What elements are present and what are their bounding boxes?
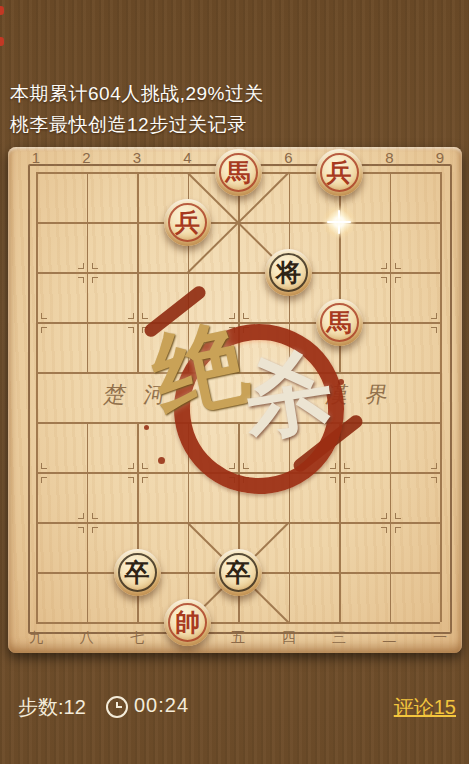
grid-line	[137, 172, 139, 372]
screen-edge-speck	[0, 6, 4, 15]
comments-link[interactable]: 评论15	[394, 694, 456, 721]
piece-black-soldier[interactable]: 卒	[215, 549, 262, 596]
clock-icon	[106, 696, 128, 718]
piece-red-general[interactable]: 帥	[164, 599, 211, 646]
file-label-bottom: 一	[425, 629, 455, 647]
point-marker	[128, 313, 148, 333]
point-marker	[330, 463, 350, 483]
file-label-top: 1	[21, 149, 51, 166]
piece-red-horse[interactable]: 馬	[215, 149, 262, 196]
river-text-right: 漢界	[323, 380, 408, 410]
file-label-top: 4	[173, 149, 203, 166]
point-marker	[431, 313, 451, 333]
piece-black-soldier[interactable]: 卒	[114, 549, 161, 596]
grid-line	[339, 422, 341, 622]
file-label-top: 3	[122, 149, 152, 166]
point-marker	[78, 513, 98, 533]
point-marker	[78, 263, 98, 283]
file-label-bottom: 八	[72, 629, 102, 647]
challenge-stats-text: 本期累计604人挑战,29%过关	[10, 78, 264, 109]
piece-red-soldier[interactable]: 兵	[316, 149, 363, 196]
piece-red-horse[interactable]: 馬	[316, 299, 363, 346]
screen-edge-speck	[0, 37, 4, 46]
file-label-top: 9	[425, 149, 455, 166]
point-marker	[229, 313, 249, 333]
move-count: 步数:12	[18, 694, 86, 721]
xiangqi-board[interactable]: 楚河 漢界 绝 杀 123456789 九八七六五四三二一 馬兵兵将馬卒卒帥	[8, 147, 462, 653]
status-bar: 步数:12 00:24 评论15	[0, 688, 469, 728]
grid-line	[36, 172, 38, 622]
last-move-origin-marker	[322, 205, 356, 239]
file-label-bottom: 三	[324, 629, 354, 647]
puzzle-stats: 本期累计604人挑战,29%过关 桃李最快创造12步过关记录	[10, 78, 264, 140]
point-marker	[381, 513, 401, 533]
river-text-left: 楚河	[101, 380, 186, 410]
point-marker	[229, 463, 249, 483]
piece-black-general[interactable]: 将	[265, 249, 312, 296]
file-label-bottom: 七	[122, 629, 152, 647]
point-marker	[431, 463, 451, 483]
file-label-top: 2	[72, 149, 102, 166]
grid-line	[36, 622, 440, 624]
file-label-bottom: 九	[21, 629, 51, 647]
point-marker	[27, 313, 47, 333]
file-label-top: 8	[375, 149, 405, 166]
grid-line	[36, 372, 440, 374]
point-marker	[27, 463, 47, 483]
file-label-top: 6	[274, 149, 304, 166]
timer-value: 00:24	[134, 694, 189, 717]
record-text: 桃李最快创造12步过关记录	[10, 109, 264, 140]
piece-red-soldier[interactable]: 兵	[164, 199, 211, 246]
file-label-bottom: 五	[223, 629, 253, 647]
point-marker	[381, 263, 401, 283]
point-marker	[128, 463, 148, 483]
file-label-bottom: 四	[274, 629, 304, 647]
file-label-bottom: 二	[375, 629, 405, 647]
grid-line	[238, 172, 240, 372]
grid-line	[440, 172, 442, 622]
app-screen: 本期累计604人挑战,29%过关 桃李最快创造12步过关记录 楚河 漢界 绝 杀…	[0, 0, 469, 764]
